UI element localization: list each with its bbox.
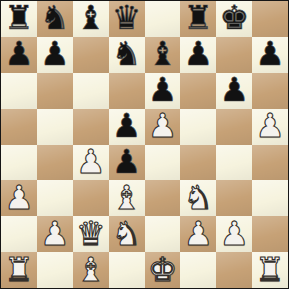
square-c3[interactable] <box>73 180 109 216</box>
square-a6[interactable] <box>1 73 37 109</box>
square-e1[interactable]: ♚ <box>145 252 181 288</box>
square-e3[interactable] <box>145 180 181 216</box>
square-a1[interactable]: ♜ <box>1 252 37 288</box>
piece-black-bishop[interactable]: ♝ <box>148 37 178 70</box>
square-a5[interactable] <box>1 109 37 145</box>
square-a2[interactable] <box>1 216 37 252</box>
piece-white-knight[interactable]: ♞ <box>112 217 142 250</box>
square-f8[interactable]: ♜ <box>180 1 216 37</box>
piece-white-pawn[interactable]: ♟ <box>40 217 70 250</box>
square-h3[interactable] <box>252 180 288 216</box>
square-c7[interactable] <box>73 37 109 73</box>
square-e5[interactable]: ♟ <box>145 109 181 145</box>
square-e8[interactable] <box>145 1 181 37</box>
piece-black-rook[interactable]: ♜ <box>4 1 34 34</box>
square-h2[interactable] <box>252 216 288 252</box>
square-g5[interactable] <box>216 109 252 145</box>
piece-white-pawn[interactable]: ♟ <box>148 109 178 142</box>
piece-black-rook[interactable]: ♜ <box>184 1 214 34</box>
piece-white-pawn[interactable]: ♟ <box>4 181 34 214</box>
square-b1[interactable] <box>37 252 73 288</box>
piece-black-knight[interactable]: ♞ <box>112 37 142 70</box>
piece-white-pawn[interactable]: ♟ <box>76 145 106 178</box>
piece-black-pawn[interactable]: ♟ <box>112 109 142 142</box>
piece-white-pawn[interactable]: ♟ <box>255 109 285 142</box>
square-e2[interactable] <box>145 216 181 252</box>
square-f2[interactable]: ♟ <box>180 216 216 252</box>
square-d1[interactable] <box>109 252 145 288</box>
square-d3[interactable]: ♝ <box>109 180 145 216</box>
square-g1[interactable] <box>216 252 252 288</box>
square-g4[interactable] <box>216 145 252 181</box>
square-g2[interactable]: ♟ <box>216 216 252 252</box>
piece-white-knight[interactable]: ♞ <box>184 181 214 214</box>
square-f1[interactable] <box>180 252 216 288</box>
square-f5[interactable] <box>180 109 216 145</box>
square-b7[interactable]: ♟ <box>37 37 73 73</box>
piece-white-rook[interactable]: ♜ <box>4 253 34 286</box>
piece-black-knight[interactable]: ♞ <box>40 1 70 34</box>
square-b8[interactable]: ♞ <box>37 1 73 37</box>
square-h8[interactable] <box>252 1 288 37</box>
square-d7[interactable]: ♞ <box>109 37 145 73</box>
chess-board-container: ♜♞♝♛♜♚♟♟♞♝♟♟♟♟♟♟♟♟♟♟♝♞♟♛♞♟♟♜♝♚♜ <box>0 0 289 289</box>
piece-black-pawn[interactable]: ♟ <box>255 37 285 70</box>
square-f7[interactable]: ♟ <box>180 37 216 73</box>
square-b4[interactable] <box>37 145 73 181</box>
square-g3[interactable] <box>216 180 252 216</box>
square-b3[interactable] <box>37 180 73 216</box>
square-g8[interactable]: ♚ <box>216 1 252 37</box>
square-b5[interactable] <box>37 109 73 145</box>
square-b2[interactable]: ♟ <box>37 216 73 252</box>
square-e4[interactable] <box>145 145 181 181</box>
piece-black-pawn[interactable]: ♟ <box>4 37 34 70</box>
piece-white-bishop[interactable]: ♝ <box>112 181 142 214</box>
square-d4[interactable]: ♟ <box>109 145 145 181</box>
piece-black-king[interactable]: ♚ <box>219 1 249 34</box>
square-c5[interactable] <box>73 109 109 145</box>
piece-white-pawn[interactable]: ♟ <box>184 217 214 250</box>
square-a3[interactable]: ♟ <box>1 180 37 216</box>
square-h7[interactable]: ♟ <box>252 37 288 73</box>
square-b6[interactable] <box>37 73 73 109</box>
piece-black-pawn[interactable]: ♟ <box>219 73 249 106</box>
square-e6[interactable]: ♟ <box>145 73 181 109</box>
chess-board: ♜♞♝♛♜♚♟♟♞♝♟♟♟♟♟♟♟♟♟♟♝♞♟♛♞♟♟♜♝♚♜ <box>0 0 289 289</box>
square-e7[interactable]: ♝ <box>145 37 181 73</box>
square-d2[interactable]: ♞ <box>109 216 145 252</box>
square-a4[interactable] <box>1 145 37 181</box>
square-h6[interactable] <box>252 73 288 109</box>
piece-white-bishop[interactable]: ♝ <box>76 253 106 286</box>
piece-white-rook[interactable]: ♜ <box>255 253 285 286</box>
piece-white-king[interactable]: ♚ <box>148 253 178 286</box>
square-c8[interactable]: ♝ <box>73 1 109 37</box>
square-c4[interactable]: ♟ <box>73 145 109 181</box>
square-c6[interactable] <box>73 73 109 109</box>
piece-black-pawn[interactable]: ♟ <box>112 145 142 178</box>
piece-black-pawn[interactable]: ♟ <box>148 73 178 106</box>
square-f4[interactable] <box>180 145 216 181</box>
square-a8[interactable]: ♜ <box>1 1 37 37</box>
piece-white-pawn[interactable]: ♟ <box>219 217 249 250</box>
piece-white-queen[interactable]: ♛ <box>76 217 106 250</box>
square-d6[interactable] <box>109 73 145 109</box>
square-c2[interactable]: ♛ <box>73 216 109 252</box>
square-a7[interactable]: ♟ <box>1 37 37 73</box>
square-h4[interactable] <box>252 145 288 181</box>
square-f6[interactable] <box>180 73 216 109</box>
square-d8[interactable]: ♛ <box>109 1 145 37</box>
square-d5[interactable]: ♟ <box>109 109 145 145</box>
square-h5[interactable]: ♟ <box>252 109 288 145</box>
square-c1[interactable]: ♝ <box>73 252 109 288</box>
piece-black-bishop[interactable]: ♝ <box>76 1 106 34</box>
square-g7[interactable] <box>216 37 252 73</box>
piece-black-queen[interactable]: ♛ <box>112 1 142 34</box>
square-g6[interactable]: ♟ <box>216 73 252 109</box>
piece-black-pawn[interactable]: ♟ <box>40 37 70 70</box>
piece-black-pawn[interactable]: ♟ <box>184 37 214 70</box>
square-f3[interactable]: ♞ <box>180 180 216 216</box>
square-h1[interactable]: ♜ <box>252 252 288 288</box>
